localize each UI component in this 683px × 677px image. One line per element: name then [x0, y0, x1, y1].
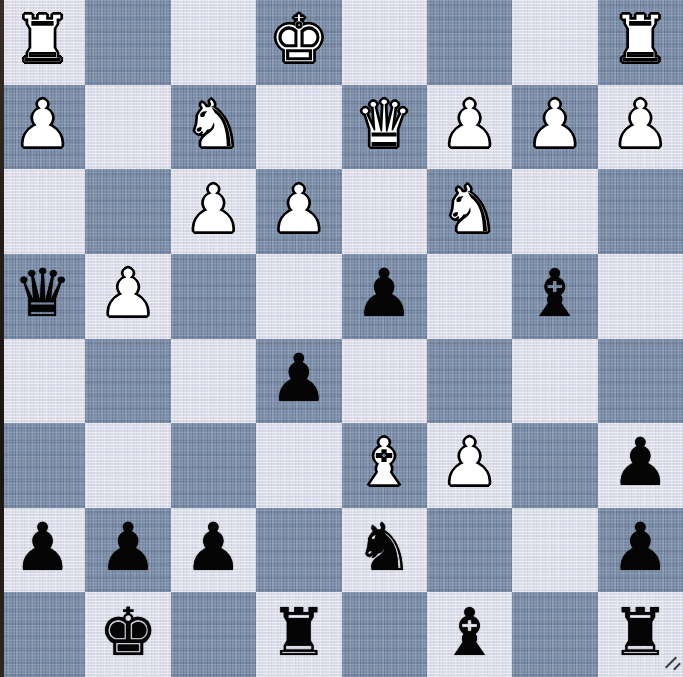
square-f1[interactable]: [171, 0, 256, 85]
square-d5[interactable]: [342, 339, 427, 424]
black-pawn[interactable]: ♟: [611, 515, 670, 581]
square-g6[interactable]: [85, 423, 170, 508]
square-f3[interactable]: ♟: [171, 169, 256, 254]
black-rook[interactable]: ♜: [269, 600, 328, 666]
square-d1[interactable]: [342, 0, 427, 85]
square-d8[interactable]: [342, 592, 427, 677]
square-f7[interactable]: ♟: [171, 508, 256, 593]
black-queen[interactable]: ♛: [13, 261, 72, 327]
square-a3[interactable]: [598, 169, 683, 254]
black-bishop[interactable]: ♝: [525, 261, 584, 327]
white-pawn[interactable]: ♟: [13, 92, 72, 158]
square-c7[interactable]: [427, 508, 512, 593]
square-g5[interactable]: [85, 339, 170, 424]
board-edge-strip: [0, 0, 4, 677]
white-pawn[interactable]: ♟: [611, 92, 670, 158]
square-g1[interactable]: [85, 0, 170, 85]
resize-slash: [673, 663, 681, 671]
square-e7[interactable]: [256, 508, 341, 593]
square-b1[interactable]: [512, 0, 597, 85]
white-pawn[interactable]: ♟: [184, 177, 243, 243]
black-pawn[interactable]: ♟: [98, 515, 157, 581]
square-f8[interactable]: [171, 592, 256, 677]
square-h4[interactable]: ♛: [0, 254, 85, 339]
square-h6[interactable]: [0, 423, 85, 508]
black-pawn[interactable]: ♟: [611, 430, 670, 496]
square-b5[interactable]: [512, 339, 597, 424]
black-bishop[interactable]: ♝: [440, 600, 499, 666]
square-c4[interactable]: [427, 254, 512, 339]
square-c3[interactable]: ♞: [427, 169, 512, 254]
square-e6[interactable]: [256, 423, 341, 508]
white-pawn[interactable]: ♟: [440, 430, 499, 496]
square-b4[interactable]: ♝: [512, 254, 597, 339]
white-pawn[interactable]: ♟: [525, 92, 584, 158]
resize-handle-icon[interactable]: [659, 651, 681, 673]
square-d4[interactable]: ♟: [342, 254, 427, 339]
square-h1[interactable]: ♜: [0, 0, 85, 85]
square-a1[interactable]: ♜: [598, 0, 683, 85]
square-b7[interactable]: [512, 508, 597, 593]
square-d2[interactable]: ♛: [342, 85, 427, 170]
square-d3[interactable]: [342, 169, 427, 254]
white-bishop[interactable]: ♝: [355, 430, 414, 496]
square-f2[interactable]: ♞: [171, 85, 256, 170]
square-a2[interactable]: ♟: [598, 85, 683, 170]
square-a5[interactable]: [598, 339, 683, 424]
square-g3[interactable]: [85, 169, 170, 254]
square-e1[interactable]: ♚: [256, 0, 341, 85]
square-c6[interactable]: ♟: [427, 423, 512, 508]
square-f6[interactable]: [171, 423, 256, 508]
white-queen[interactable]: ♛: [355, 92, 414, 158]
square-g4[interactable]: ♟: [85, 254, 170, 339]
square-c8[interactable]: ♝: [427, 592, 512, 677]
square-h5[interactable]: [0, 339, 85, 424]
square-c2[interactable]: ♟: [427, 85, 512, 170]
white-knight[interactable]: ♞: [184, 92, 243, 158]
chess-board: ♜♚♜♟♞♛♟♟♟♟♟♞♛♟♟♝♟♝♟♟♟♟♟♞♟♚♜♝♜: [0, 0, 683, 677]
square-a6[interactable]: ♟: [598, 423, 683, 508]
square-d6[interactable]: ♝: [342, 423, 427, 508]
white-pawn[interactable]: ♟: [98, 261, 157, 327]
square-g7[interactable]: ♟: [85, 508, 170, 593]
white-rook[interactable]: ♜: [611, 7, 670, 73]
square-e2[interactable]: [256, 85, 341, 170]
black-pawn[interactable]: ♟: [13, 515, 72, 581]
square-e8[interactable]: ♜: [256, 592, 341, 677]
square-h3[interactable]: [0, 169, 85, 254]
square-h2[interactable]: ♟: [0, 85, 85, 170]
square-e5[interactable]: ♟: [256, 339, 341, 424]
square-h8[interactable]: [0, 592, 85, 677]
black-pawn[interactable]: ♟: [269, 346, 328, 412]
white-king[interactable]: ♚: [269, 7, 328, 73]
white-knight[interactable]: ♞: [440, 177, 499, 243]
square-f4[interactable]: [171, 254, 256, 339]
white-pawn[interactable]: ♟: [269, 177, 328, 243]
square-h7[interactable]: ♟: [0, 508, 85, 593]
square-c5[interactable]: [427, 339, 512, 424]
white-pawn[interactable]: ♟: [440, 92, 499, 158]
square-c1[interactable]: [427, 0, 512, 85]
square-e3[interactable]: ♟: [256, 169, 341, 254]
square-d7[interactable]: ♞: [342, 508, 427, 593]
square-a7[interactable]: ♟: [598, 508, 683, 593]
square-e4[interactable]: [256, 254, 341, 339]
black-knight[interactable]: ♞: [355, 515, 414, 581]
square-b3[interactable]: [512, 169, 597, 254]
chess-board-window: ♜♚♜♟♞♛♟♟♟♟♟♞♛♟♟♝♟♝♟♟♟♟♟♞♟♚♜♝♜: [0, 0, 683, 677]
square-g2[interactable]: [85, 85, 170, 170]
black-pawn[interactable]: ♟: [184, 515, 243, 581]
square-f5[interactable]: [171, 339, 256, 424]
square-b6[interactable]: [512, 423, 597, 508]
square-b2[interactable]: ♟: [512, 85, 597, 170]
black-pawn[interactable]: ♟: [355, 261, 414, 327]
square-g8[interactable]: ♚: [85, 592, 170, 677]
square-a4[interactable]: [598, 254, 683, 339]
black-king[interactable]: ♚: [98, 600, 157, 666]
white-rook[interactable]: ♜: [13, 7, 72, 73]
square-b8[interactable]: [512, 592, 597, 677]
